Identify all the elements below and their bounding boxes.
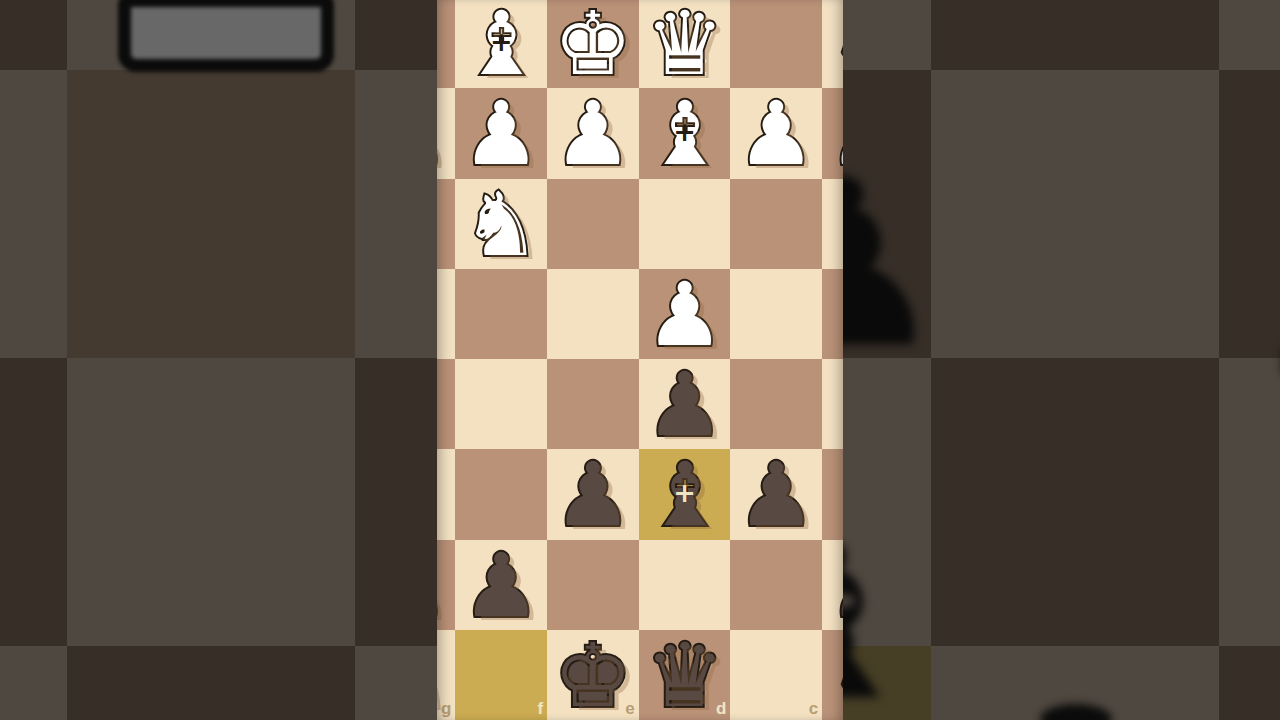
black-pawn[interactable]: ♟	[462, 542, 541, 630]
black-pawn[interactable]: ♟	[437, 542, 449, 630]
square-e4[interactable]	[547, 269, 639, 359]
square-g5[interactable]	[437, 359, 455, 449]
bg-square	[67, 646, 355, 720]
square-g1[interactable]	[437, 0, 455, 88]
square-c2[interactable]: ♟	[730, 88, 822, 178]
white-knight[interactable]: ♞	[462, 181, 541, 269]
square-d2[interactable]: ♝+	[639, 88, 731, 178]
white-pawn[interactable]: ♟	[462, 90, 541, 178]
bg-square	[0, 70, 67, 358]
black-knight[interactable]: ♞	[829, 632, 843, 720]
blurred-pawn-silhouette: ♟	[1258, 235, 1280, 400]
white-pawn[interactable]: ♟	[553, 90, 632, 178]
white-pawn[interactable]: ♟	[829, 90, 843, 178]
white-queen[interactable]: ♛	[645, 0, 724, 88]
file-coordinate-f: f	[537, 699, 543, 719]
white-king[interactable]: ♚	[553, 0, 632, 88]
square-f8[interactable]: f	[455, 630, 547, 720]
bg-square	[0, 0, 67, 70]
square-e3[interactable]	[547, 179, 639, 269]
bg-square	[931, 358, 1219, 646]
square-e7[interactable]	[547, 540, 639, 630]
black-bishop[interactable]: ♝	[645, 451, 724, 539]
square-g2[interactable]: ♟	[437, 88, 455, 178]
square-d3[interactable]	[639, 179, 731, 269]
white-pawn[interactable]: ♟	[645, 271, 724, 359]
square-f1[interactable]: ♝+	[455, 0, 547, 88]
square-b6[interactable]	[822, 449, 843, 539]
square-g8[interactable]: ♞g	[437, 630, 455, 720]
square-e6[interactable]: ♟	[547, 449, 639, 539]
file-coordinate-d: d	[716, 699, 726, 719]
black-pawn[interactable]: ♟	[829, 542, 843, 630]
square-f6[interactable]	[455, 449, 547, 539]
bg-square	[0, 358, 67, 646]
video-frame: ♟♝♟ ♜♝+♚♛♞♜♟♟♟♟♝+♟♟♟♞♟♟♟♝+♟♟♟♟♟♟♜h♞gf♚e♛…	[0, 0, 1280, 720]
square-e1[interactable]: ♚	[547, 0, 639, 88]
square-f3[interactable]: ♞	[455, 179, 547, 269]
bg-square	[0, 646, 67, 720]
square-c7[interactable]	[730, 540, 822, 630]
square-d5[interactable]: ♟	[639, 359, 731, 449]
bg-square	[67, 358, 355, 646]
bg-square	[67, 70, 355, 358]
square-f4[interactable]	[455, 269, 547, 359]
white-pawn[interactable]: ♟	[437, 90, 449, 178]
white-bishop[interactable]: ♝	[462, 0, 541, 88]
square-b7[interactable]: ♟	[822, 540, 843, 630]
square-e5[interactable]	[547, 359, 639, 449]
square-g3[interactable]	[437, 179, 455, 269]
square-d7[interactable]	[639, 540, 731, 630]
square-b2[interactable]: ♟	[822, 88, 843, 178]
square-b3[interactable]	[822, 179, 843, 269]
chess-board: ♜♝+♚♛♞♜♟♟♟♟♝+♟♟♟♞♟♟♟♝+♟♟♟♟♟♟♜h♞gf♚e♛dc♞b…	[437, 0, 843, 720]
square-c6[interactable]: ♟	[730, 449, 822, 539]
square-g4[interactable]	[437, 269, 455, 359]
blurred-piece-base-silhouette	[118, 0, 334, 72]
square-c8[interactable]: c	[730, 630, 822, 720]
file-coordinate-c: c	[809, 699, 818, 719]
square-d1[interactable]: ♛	[639, 0, 731, 88]
square-g7[interactable]: ♟	[437, 540, 455, 630]
black-pawn[interactable]: ♟	[737, 451, 816, 539]
file-coordinate-g: g	[441, 699, 451, 719]
bg-square	[931, 70, 1219, 358]
square-e2[interactable]: ♟	[547, 88, 639, 178]
square-c1[interactable]	[730, 0, 822, 88]
square-b4[interactable]	[822, 269, 843, 359]
square-c5[interactable]	[730, 359, 822, 449]
square-g6[interactable]	[437, 449, 455, 539]
board-strip: ♜♝+♚♛♞♜♟♟♟♟♝+♟♟♟♞♟♟♟♝+♟♟♟♟♟♟♜h♞gf♚e♛dc♞b…	[437, 0, 843, 720]
square-b5[interactable]	[822, 359, 843, 449]
square-b8[interactable]: ♞b	[822, 630, 843, 720]
bg-square	[1219, 0, 1280, 70]
bg-square	[1219, 646, 1280, 720]
black-pawn[interactable]: ♟	[645, 361, 724, 449]
square-d6[interactable]: ♝+	[639, 449, 731, 539]
white-pawn[interactable]: ♟	[737, 90, 816, 178]
square-f7[interactable]: ♟	[455, 540, 547, 630]
square-d8[interactable]: ♛d	[639, 630, 731, 720]
black-king[interactable]: ♚	[553, 632, 632, 720]
black-pawn[interactable]: ♟	[553, 451, 632, 539]
bg-square	[931, 0, 1219, 70]
file-coordinate-e: e	[625, 699, 634, 719]
square-d4[interactable]: ♟	[639, 269, 731, 359]
square-e8[interactable]: ♚e	[547, 630, 639, 720]
square-c3[interactable]	[730, 179, 822, 269]
square-f5[interactable]	[455, 359, 547, 449]
white-knight[interactable]: ♞	[829, 0, 843, 88]
black-queen[interactable]: ♛	[645, 632, 724, 720]
square-b1[interactable]: ♞	[822, 0, 843, 88]
square-c4[interactable]	[730, 269, 822, 359]
white-bishop[interactable]: ♝	[645, 90, 724, 178]
square-f2[interactable]: ♟	[455, 88, 547, 178]
